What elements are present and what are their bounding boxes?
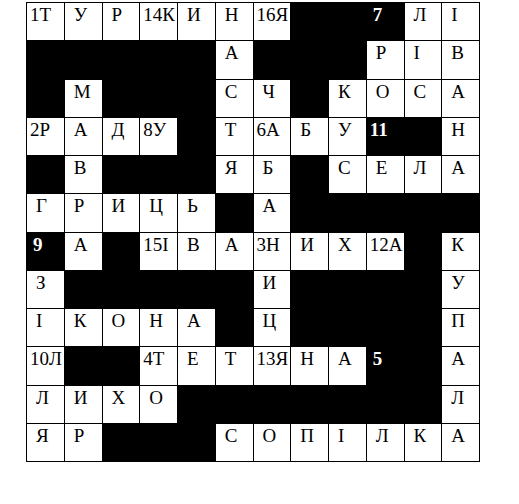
grid-cell-black-r11c8 xyxy=(291,386,328,423)
grid-cell-r11c4[interactable]: О xyxy=(140,386,177,423)
grid-cell-black-r5c3 xyxy=(103,156,140,193)
grid-cell-black-r8c9 xyxy=(329,271,366,308)
grid-cell-r9c12[interactable]: П xyxy=(442,309,479,346)
grid-cell-r8c12[interactable]: У xyxy=(442,271,479,308)
grid-cell-r4c12[interactable]: Н xyxy=(442,118,479,155)
grid-cell-black-r10c2 xyxy=(65,347,102,384)
grid-cell-r7c12[interactable]: К xyxy=(442,233,479,270)
grid-cell-r11c2[interactable]: И xyxy=(65,386,102,423)
grid-cell-r9c7[interactable]: Ц xyxy=(254,309,291,346)
grid-cell-black-r7c3 xyxy=(103,233,140,270)
grid-cell-black-r8c8 xyxy=(291,271,328,308)
grid-cell-black-r5c1 xyxy=(27,156,64,193)
grid-cell-black-r9c11 xyxy=(405,309,442,346)
grid-cell-r7c2[interactable]: А xyxy=(65,233,102,270)
grid-cell-r10c6[interactable]: Т xyxy=(216,347,253,384)
grid-cell-r10c5[interactable]: Е xyxy=(178,347,215,384)
grid-cell-black-r10c11 xyxy=(405,347,442,384)
grid-cell-r1c4[interactable]: 14К xyxy=(140,3,177,40)
grid-cell-black-r4c10: 11 xyxy=(367,118,404,155)
grid-cell-r7c5[interactable]: В xyxy=(178,233,215,270)
grid-cell-black-r6c10 xyxy=(367,194,404,231)
grid-cell-r12c11[interactable]: К xyxy=(405,424,442,461)
grid-cell-r1c7[interactable]: 16Я xyxy=(254,3,291,40)
grid-cell-r3c7[interactable]: Ч xyxy=(254,80,291,117)
grid-cell-black-r1c9 xyxy=(329,3,366,40)
grid-cell-black-r2c8 xyxy=(291,41,328,78)
grid-cell-r5c10[interactable]: Е xyxy=(367,156,404,193)
grid-cell-black-r2c2 xyxy=(65,41,102,78)
grid-cell-black-r1c8 xyxy=(291,3,328,40)
grid-cell-r3c9[interactable]: К xyxy=(329,80,366,117)
grid-cell-r4c6[interactable]: Т xyxy=(216,118,253,155)
grid-cell-r5c6[interactable]: Я xyxy=(216,156,253,193)
grid-cell-r3c12[interactable]: А xyxy=(442,80,479,117)
grid-cell-black-r11c11 xyxy=(405,386,442,423)
grid-cell-black-r2c3 xyxy=(103,41,140,78)
grid-cell-r6c4[interactable]: Ц xyxy=(140,194,177,231)
grid-cell-r1c3[interactable]: Р xyxy=(103,3,140,40)
grid-cell-r4c8[interactable]: Б xyxy=(291,118,328,155)
grid-cell-black-r6c11 xyxy=(405,194,442,231)
grid-cell-r6c3[interactable]: И xyxy=(103,194,140,231)
grid-cell-black-r6c12 xyxy=(442,194,479,231)
grid-cell-r7c9[interactable]: Х xyxy=(329,233,366,270)
grid-cell-r10c1[interactable]: 10Л xyxy=(27,347,64,384)
grid-cell-black-r6c6 xyxy=(216,194,253,231)
grid-cell-r3c6[interactable]: С xyxy=(216,80,253,117)
grid-cell-black-r3c5 xyxy=(178,80,215,117)
grid-cell-r7c10[interactable]: 12А xyxy=(367,233,404,270)
grid-cell-r10c4[interactable]: 4Т xyxy=(140,347,177,384)
grid-cell-r9c5[interactable]: А xyxy=(178,309,215,346)
grid-cell-r12c6[interactable]: С xyxy=(216,424,253,461)
grid-cell-black-r4c11 xyxy=(405,118,442,155)
grid-cell-black-r7c11 xyxy=(405,233,442,270)
grid-cell-r5c12[interactable]: А xyxy=(442,156,479,193)
grid-cell-r10c7[interactable]: 13Я xyxy=(254,347,291,384)
grid-cell-black-r3c8 xyxy=(291,80,328,117)
grid-cell-r1c6[interactable]: Н xyxy=(216,3,253,40)
grid-cell-r8c7[interactable]: И xyxy=(254,271,291,308)
grid-cell-r1c12[interactable]: І xyxy=(442,3,479,40)
grid-cell-black-r4c5 xyxy=(178,118,215,155)
grid-cell-r1c1[interactable]: 1Т xyxy=(27,3,64,40)
grid-cell-r2c10[interactable]: Р xyxy=(367,41,404,78)
grid-cell-r2c11[interactable]: І xyxy=(405,41,442,78)
grid-cell-r8c1[interactable]: З xyxy=(27,271,64,308)
grid-cell-black-r12c4 xyxy=(140,424,177,461)
grid-cell-r1c5[interactable]: И xyxy=(178,3,215,40)
grid-cell-r9c3[interactable]: О xyxy=(103,309,140,346)
grid-cell-r5c9[interactable]: С xyxy=(329,156,366,193)
grid-cell-r5c2[interactable]: В xyxy=(65,156,102,193)
crossword-grid: 1ТУР14КИН16Я7ЛІАРІВМСЧКОСА2РАД8УТ6АБУ11Н… xyxy=(26,2,480,462)
grid-cell-r3c10[interactable]: О xyxy=(367,80,404,117)
grid-cell-black-r9c9 xyxy=(329,309,366,346)
grid-cell-r7c6[interactable]: А xyxy=(216,233,253,270)
grid-cell-r10c12[interactable]: А xyxy=(442,347,479,384)
grid-cell-r7c7[interactable]: 3Н xyxy=(254,233,291,270)
grid-cell-black-r8c11 xyxy=(405,271,442,308)
grid-cell-r4c1[interactable]: 2Р xyxy=(27,118,64,155)
grid-cell-black-r9c10 xyxy=(367,309,404,346)
grid-cell-r12c8[interactable]: П xyxy=(291,424,328,461)
grid-cell-r12c1[interactable]: Я xyxy=(27,424,64,461)
grid-cell-r9c4[interactable]: Н xyxy=(140,309,177,346)
grid-cell-black-r12c5 xyxy=(178,424,215,461)
grid-cell-r10c9[interactable]: А xyxy=(329,347,366,384)
grid-cell-r12c10[interactable]: Л xyxy=(367,424,404,461)
grid-cell-black-r11c6 xyxy=(216,386,253,423)
grid-cell-black-r8c2 xyxy=(65,271,102,308)
grid-cell-black-r7c1: 9 xyxy=(27,233,64,270)
grid-cell-r9c2[interactable]: К xyxy=(65,309,102,346)
grid-cell-r12c12[interactable]: А xyxy=(442,424,479,461)
grid-cell-r5c7[interactable]: Б xyxy=(254,156,291,193)
grid-cell-black-r6c8 xyxy=(291,194,328,231)
grid-cell-r6c1[interactable]: Г xyxy=(27,194,64,231)
grid-cell-r12c2[interactable]: Р xyxy=(65,424,102,461)
grid-cell-r12c9[interactable]: І xyxy=(329,424,366,461)
grid-cell-r7c4[interactable]: 15І xyxy=(140,233,177,270)
grid-cell-black-r9c6 xyxy=(216,309,253,346)
grid-cell-r4c9[interactable]: У xyxy=(329,118,366,155)
grid-cell-black-r11c5 xyxy=(178,386,215,423)
grid-cell-r3c2[interactable]: М xyxy=(65,80,102,117)
grid-cell-r4c2[interactable]: А xyxy=(65,118,102,155)
grid-cell-r4c3[interactable]: Д xyxy=(103,118,140,155)
grid-cell-r4c7[interactable]: 6А xyxy=(254,118,291,155)
grid-cell-r2c6[interactable]: А xyxy=(216,41,253,78)
grid-cell-r6c7[interactable]: А xyxy=(254,194,291,231)
grid-cell-r6c5[interactable]: Ь xyxy=(178,194,215,231)
grid-cell-black-r5c8 xyxy=(291,156,328,193)
grid-cell-r12c7[interactable]: О xyxy=(254,424,291,461)
grid-cell-r1c2[interactable]: У xyxy=(65,3,102,40)
grid-cell-r6c2[interactable]: Р xyxy=(65,194,102,231)
grid-cell-black-r11c10 xyxy=(367,386,404,423)
grid-cell-black-r8c5 xyxy=(178,271,215,308)
grid-cell-r1c11[interactable]: Л xyxy=(405,3,442,40)
grid-cell-black-r8c6 xyxy=(216,271,253,308)
grid-cell-r9c1[interactable]: І xyxy=(27,309,64,346)
grid-cell-r3c11[interactable]: С xyxy=(405,80,442,117)
grid-cell-black-r2c5 xyxy=(178,41,215,78)
grid-cell-black-r3c1 xyxy=(27,80,64,117)
grid-cell-r11c12[interactable]: Л xyxy=(442,386,479,423)
grid-cell-black-r2c4 xyxy=(140,41,177,78)
grid-cell-black-r8c4 xyxy=(140,271,177,308)
grid-cell-black-r5c5 xyxy=(178,156,215,193)
grid-cell-r11c3[interactable]: Х xyxy=(103,386,140,423)
grid-cell-black-r3c3 xyxy=(103,80,140,117)
grid-cell-black-r9c8 xyxy=(291,309,328,346)
grid-cell-black-r10c3 xyxy=(103,347,140,384)
grid-cell-r11c1[interactable]: Л xyxy=(27,386,64,423)
grid-cell-r5c11[interactable]: Л xyxy=(405,156,442,193)
grid-cell-black-r11c9 xyxy=(329,386,366,423)
grid-cell-black-r11c7 xyxy=(254,386,291,423)
grid-cell-black-r3c4 xyxy=(140,80,177,117)
grid-cell-black-r6c9 xyxy=(329,194,366,231)
grid-cell-black-r10c10: 5 xyxy=(367,347,404,384)
grid-cell-black-r12c3 xyxy=(103,424,140,461)
grid-cell-black-r5c4 xyxy=(140,156,177,193)
grid-cell-black-r2c1 xyxy=(27,41,64,78)
grid-cell-black-r1c10: 7 xyxy=(367,3,404,40)
grid-cell-r2c12[interactable]: В xyxy=(442,41,479,78)
grid-cell-black-r2c9 xyxy=(329,41,366,78)
grid-cell-black-r8c3 xyxy=(103,271,140,308)
grid-cell-r7c8[interactable]: И xyxy=(291,233,328,270)
grid-cell-black-r2c7 xyxy=(254,41,291,78)
grid-cell-r4c4[interactable]: 8У xyxy=(140,118,177,155)
grid-cell-r10c8[interactable]: Н xyxy=(291,347,328,384)
grid-cell-black-r8c10 xyxy=(367,271,404,308)
